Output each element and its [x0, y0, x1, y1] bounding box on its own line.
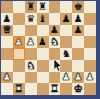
square-c5[interactable]: ♟: [25, 36, 37, 48]
square-f6[interactable]: [60, 25, 72, 37]
piece-black-pawn: ♟: [38, 37, 47, 47]
piece-white-pawn: ♟: [2, 72, 11, 82]
square-g6[interactable]: ♟: [72, 25, 84, 37]
square-b7[interactable]: [13, 13, 25, 25]
square-e8[interactable]: [49, 1, 61, 13]
square-a1[interactable]: [1, 83, 13, 95]
square-c4[interactable]: [25, 48, 37, 60]
piece-black-pawn: ♟: [74, 25, 83, 35]
square-h3[interactable]: [84, 60, 96, 72]
square-e7[interactable]: [49, 13, 61, 25]
square-f5[interactable]: [60, 36, 72, 48]
square-b2[interactable]: [13, 72, 25, 84]
piece-black-pawn: ♟: [50, 25, 59, 35]
square-e4[interactable]: [49, 48, 61, 60]
square-a4[interactable]: [1, 48, 13, 60]
square-c8[interactable]: ♜: [25, 1, 37, 13]
chess-board: ♜♜♚♟♛♝♟♟♛♟♟♟♟♟♞♞♞♟♟♟♟♜♜♚: [1, 1, 96, 95]
square-e2[interactable]: [49, 72, 61, 84]
square-a6[interactable]: ♛: [1, 25, 13, 37]
square-a5[interactable]: [1, 36, 13, 48]
square-f7[interactable]: ♟: [60, 13, 72, 25]
square-b5[interactable]: ♟: [13, 36, 25, 48]
square-d3[interactable]: [37, 60, 49, 72]
square-b3[interactable]: [13, 60, 25, 72]
square-e1[interactable]: ♜: [49, 83, 61, 95]
square-f4[interactable]: ♞: [60, 48, 72, 60]
square-b8[interactable]: [13, 1, 25, 13]
piece-black-pawn: ♟: [2, 13, 11, 23]
piece-white-knight: ♞: [26, 60, 35, 70]
square-h6[interactable]: [84, 25, 96, 37]
square-b6[interactable]: [13, 25, 25, 37]
piece-black-pawn: ♟: [62, 13, 71, 23]
square-d4[interactable]: [37, 48, 49, 60]
square-h7[interactable]: [84, 13, 96, 25]
square-b1[interactable]: ♜: [13, 83, 25, 95]
square-d1[interactable]: [37, 83, 49, 95]
square-g5[interactable]: [72, 36, 84, 48]
piece-black-rook: ♜: [26, 1, 35, 11]
square-h5[interactable]: [84, 36, 96, 48]
square-a2[interactable]: ♟: [1, 72, 13, 84]
square-g7[interactable]: ♟: [72, 13, 84, 25]
square-a8[interactable]: [1, 1, 13, 13]
square-e3[interactable]: [49, 60, 61, 72]
chess-board-window: ♜♜♚♟♛♝♟♟♛♟♟♟♟♟♞♞♞♟♟♟♟♜♜♚: [0, 0, 100, 99]
square-f2[interactable]: ♟: [60, 72, 72, 84]
piece-white-queen: ♛: [2, 25, 11, 35]
square-a3[interactable]: [1, 60, 13, 72]
square-h1[interactable]: [84, 83, 96, 95]
square-g1[interactable]: ♚: [72, 83, 84, 95]
square-h2[interactable]: ♟: [84, 72, 96, 84]
square-a7[interactable]: ♟: [1, 13, 13, 25]
piece-white-king: ♚: [74, 84, 83, 94]
piece-white-rook: ♜: [50, 84, 59, 94]
piece-black-pawn: ♟: [74, 13, 83, 23]
square-e6[interactable]: ♟: [49, 25, 61, 37]
square-g4[interactable]: [72, 48, 84, 60]
square-f3[interactable]: [60, 60, 72, 72]
square-b4[interactable]: [13, 48, 25, 60]
square-d7[interactable]: ♝: [37, 13, 49, 25]
square-h8[interactable]: [84, 1, 96, 13]
square-f1[interactable]: [60, 83, 72, 95]
square-d6[interactable]: [37, 25, 49, 37]
piece-white-pawn: ♟: [86, 72, 95, 82]
square-c7[interactable]: ♛: [25, 13, 37, 25]
piece-white-rook: ♜: [14, 84, 23, 94]
square-g3[interactable]: [72, 60, 84, 72]
piece-white-pawn: ♟: [14, 37, 23, 47]
piece-black-bishop: ♝: [38, 13, 47, 23]
square-e5[interactable]: ♞: [49, 36, 61, 48]
piece-black-rook: ♜: [38, 1, 47, 11]
square-f8[interactable]: [60, 1, 72, 13]
square-h4[interactable]: [84, 48, 96, 60]
piece-black-queen: ♛: [26, 13, 35, 23]
piece-white-pawn: ♟: [62, 72, 71, 82]
piece-black-knight: ♞: [62, 48, 71, 58]
square-d8[interactable]: ♜: [37, 1, 49, 13]
piece-white-pawn: ♟: [74, 72, 83, 82]
square-g8[interactable]: ♚: [72, 1, 84, 13]
square-c3[interactable]: ♞: [25, 60, 37, 72]
square-g2[interactable]: ♟: [72, 72, 84, 84]
square-d2[interactable]: [37, 72, 49, 84]
square-c2[interactable]: [25, 72, 37, 84]
piece-white-pawn: ♟: [26, 37, 35, 47]
piece-black-king: ♚: [74, 1, 83, 11]
piece-white-knight: ♞: [50, 37, 59, 47]
square-c6[interactable]: [25, 25, 37, 37]
square-c1[interactable]: [25, 83, 37, 95]
square-d5[interactable]: ♟: [37, 36, 49, 48]
